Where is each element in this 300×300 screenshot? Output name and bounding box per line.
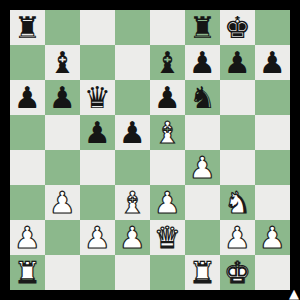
piece-white-pawn[interactable]: ♟: [224, 220, 251, 255]
piece-black-pawn[interactable]: ♟: [119, 115, 146, 150]
chess-board: ♜♜♚♝♝♟♟♟♟♟♛♟♞♟♟♝♟♟♝♟♞♟♟♟♛♟♟♜♜♚: [10, 10, 290, 290]
piece-black-rook[interactable]: ♜: [189, 10, 216, 45]
square-d1[interactable]: [115, 255, 150, 290]
chess-board-frame: ♜♜♚♝♝♟♟♟♟♟♛♟♞♟♟♝♟♟♝♟♞♟♟♟♛♟♟♜♜♚ ▲: [0, 0, 300, 300]
square-a5[interactable]: [10, 115, 45, 150]
square-a7[interactable]: [10, 45, 45, 80]
square-b1[interactable]: [45, 255, 80, 290]
square-b2[interactable]: [45, 220, 80, 255]
piece-black-queen[interactable]: ♛: [84, 80, 111, 115]
piece-white-king[interactable]: ♚: [224, 255, 251, 290]
square-a8[interactable]: ♜: [10, 10, 45, 45]
square-c4[interactable]: [80, 150, 115, 185]
square-f3[interactable]: [185, 185, 220, 220]
piece-white-pawn[interactable]: ♟: [14, 220, 41, 255]
square-b8[interactable]: [45, 10, 80, 45]
piece-white-pawn[interactable]: ♟: [189, 150, 216, 185]
square-e2[interactable]: ♛: [150, 220, 185, 255]
square-h7[interactable]: ♟: [255, 45, 290, 80]
square-h1[interactable]: [255, 255, 290, 290]
square-f4[interactable]: ♟: [185, 150, 220, 185]
square-e3[interactable]: ♟: [150, 185, 185, 220]
square-b4[interactable]: [45, 150, 80, 185]
square-a2[interactable]: ♟: [10, 220, 45, 255]
piece-white-bishop[interactable]: ♝: [119, 185, 146, 220]
square-c3[interactable]: [80, 185, 115, 220]
square-e1[interactable]: [150, 255, 185, 290]
square-e8[interactable]: [150, 10, 185, 45]
square-a3[interactable]: [10, 185, 45, 220]
square-c8[interactable]: [80, 10, 115, 45]
square-f6[interactable]: ♞: [185, 80, 220, 115]
square-e4[interactable]: [150, 150, 185, 185]
square-c7[interactable]: [80, 45, 115, 80]
piece-black-knight[interactable]: ♞: [189, 80, 216, 115]
piece-black-pawn[interactable]: ♟: [259, 45, 286, 80]
square-b6[interactable]: ♟: [45, 80, 80, 115]
square-f1[interactable]: ♜: [185, 255, 220, 290]
square-g3[interactable]: ♞: [220, 185, 255, 220]
piece-white-bishop[interactable]: ♝: [154, 115, 181, 150]
square-h2[interactable]: ♟: [255, 220, 290, 255]
square-a1[interactable]: ♜: [10, 255, 45, 290]
piece-white-pawn[interactable]: ♟: [119, 220, 146, 255]
square-d6[interactable]: [115, 80, 150, 115]
piece-white-queen[interactable]: ♛: [154, 220, 181, 255]
piece-black-pawn[interactable]: ♟: [49, 80, 76, 115]
square-b7[interactable]: ♝: [45, 45, 80, 80]
piece-black-king[interactable]: ♚: [224, 10, 251, 45]
piece-white-knight[interactable]: ♞: [224, 185, 251, 220]
square-b5[interactable]: [45, 115, 80, 150]
square-f2[interactable]: [185, 220, 220, 255]
piece-white-pawn[interactable]: ♟: [154, 185, 181, 220]
square-c2[interactable]: ♟: [80, 220, 115, 255]
square-h4[interactable]: [255, 150, 290, 185]
square-a4[interactable]: [10, 150, 45, 185]
square-g4[interactable]: [220, 150, 255, 185]
square-h3[interactable]: [255, 185, 290, 220]
square-d4[interactable]: [115, 150, 150, 185]
square-c5[interactable]: ♟: [80, 115, 115, 150]
square-d8[interactable]: [115, 10, 150, 45]
piece-black-pawn[interactable]: ♟: [154, 80, 181, 115]
piece-black-pawn[interactable]: ♟: [224, 45, 251, 80]
square-a6[interactable]: ♟: [10, 80, 45, 115]
piece-black-bishop[interactable]: ♝: [154, 45, 181, 80]
square-e6[interactable]: ♟: [150, 80, 185, 115]
square-g1[interactable]: ♚: [220, 255, 255, 290]
square-b3[interactable]: ♟: [45, 185, 80, 220]
square-d5[interactable]: ♟: [115, 115, 150, 150]
piece-black-pawn[interactable]: ♟: [14, 80, 41, 115]
piece-white-pawn[interactable]: ♟: [84, 220, 111, 255]
piece-white-pawn[interactable]: ♟: [259, 220, 286, 255]
square-c1[interactable]: [80, 255, 115, 290]
square-e7[interactable]: ♝: [150, 45, 185, 80]
square-g6[interactable]: [220, 80, 255, 115]
square-h5[interactable]: [255, 115, 290, 150]
square-g5[interactable]: [220, 115, 255, 150]
square-f7[interactable]: ♟: [185, 45, 220, 80]
square-e5[interactable]: ♝: [150, 115, 185, 150]
piece-black-pawn[interactable]: ♟: [189, 45, 216, 80]
square-h6[interactable]: [255, 80, 290, 115]
square-f8[interactable]: ♜: [185, 10, 220, 45]
piece-black-rook[interactable]: ♜: [14, 10, 41, 45]
square-g7[interactable]: ♟: [220, 45, 255, 80]
square-g8[interactable]: ♚: [220, 10, 255, 45]
piece-white-pawn[interactable]: ♟: [49, 185, 76, 220]
square-d7[interactable]: [115, 45, 150, 80]
square-c6[interactable]: ♛: [80, 80, 115, 115]
piece-black-bishop[interactable]: ♝: [49, 45, 76, 80]
square-d2[interactable]: ♟: [115, 220, 150, 255]
piece-white-rook[interactable]: ♜: [189, 255, 216, 290]
piece-black-pawn[interactable]: ♟: [84, 115, 111, 150]
square-h8[interactable]: [255, 10, 290, 45]
square-f5[interactable]: [185, 115, 220, 150]
piece-white-rook[interactable]: ♜: [14, 255, 41, 290]
square-g2[interactable]: ♟: [220, 220, 255, 255]
white-to-move-triangle-icon: ▲: [289, 287, 299, 300]
square-d3[interactable]: ♝: [115, 185, 150, 220]
